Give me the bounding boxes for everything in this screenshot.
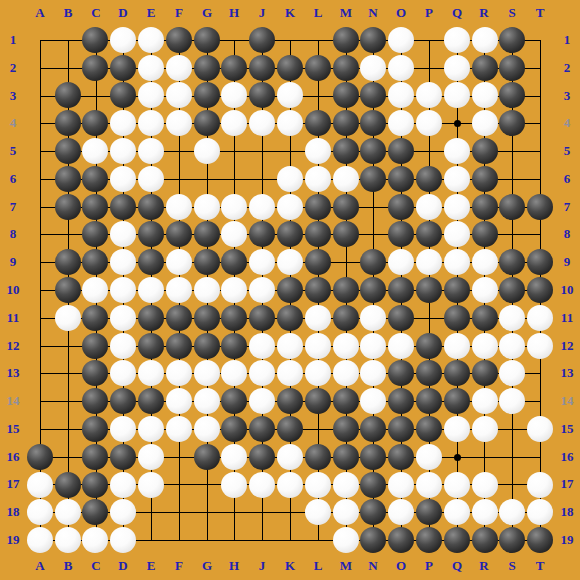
col-label-top-H: H bbox=[224, 4, 244, 22]
row-label-left-14: 14 bbox=[2, 392, 24, 410]
col-label-top-A: A bbox=[30, 4, 50, 22]
col-label-top-F: F bbox=[169, 4, 189, 22]
col-label-bottom-Q: Q bbox=[447, 557, 467, 575]
row-label-left-12: 12 bbox=[2, 337, 24, 355]
row-label-right-9: 9 bbox=[556, 253, 578, 271]
row-label-left-18: 18 bbox=[2, 503, 24, 521]
col-label-top-D: D bbox=[113, 4, 133, 22]
row-label-left-19: 19 bbox=[2, 531, 24, 549]
col-label-bottom-C: C bbox=[86, 557, 106, 575]
col-label-bottom-N: N bbox=[363, 557, 383, 575]
row-label-left-9: 9 bbox=[2, 253, 24, 271]
row-label-left-3: 3 bbox=[2, 87, 24, 105]
col-label-bottom-P: P bbox=[419, 557, 439, 575]
col-label-bottom-B: B bbox=[58, 557, 78, 575]
row-label-right-6: 6 bbox=[556, 170, 578, 188]
col-label-bottom-M: M bbox=[336, 557, 356, 575]
col-label-top-O: O bbox=[391, 4, 411, 22]
col-label-top-R: R bbox=[474, 4, 494, 22]
coordinate-labels-layer: AABBCCDDEEFFGGHHJJKKLLMMNNOOPPQQRRSSTT11… bbox=[0, 0, 580, 580]
col-label-bottom-O: O bbox=[391, 557, 411, 575]
col-label-top-E: E bbox=[141, 4, 161, 22]
row-label-left-5: 5 bbox=[2, 142, 24, 160]
col-label-bottom-K: K bbox=[280, 557, 300, 575]
row-label-right-10: 10 bbox=[556, 281, 578, 299]
row-label-right-15: 15 bbox=[556, 420, 578, 438]
col-label-bottom-J: J bbox=[252, 557, 272, 575]
row-label-left-6: 6 bbox=[2, 170, 24, 188]
col-label-top-Q: Q bbox=[447, 4, 467, 22]
col-label-bottom-D: D bbox=[113, 557, 133, 575]
row-label-right-18: 18 bbox=[556, 503, 578, 521]
row-label-left-7: 7 bbox=[2, 198, 24, 216]
row-label-right-8: 8 bbox=[556, 225, 578, 243]
row-label-left-10: 10 bbox=[2, 281, 24, 299]
col-label-bottom-G: G bbox=[197, 557, 217, 575]
col-label-bottom-E: E bbox=[141, 557, 161, 575]
row-label-right-14: 14 bbox=[556, 392, 578, 410]
row-label-right-11: 11 bbox=[556, 309, 578, 327]
row-label-right-2: 2 bbox=[556, 59, 578, 77]
row-label-left-15: 15 bbox=[2, 420, 24, 438]
row-label-right-3: 3 bbox=[556, 87, 578, 105]
row-label-left-17: 17 bbox=[2, 475, 24, 493]
row-label-right-4: 4 bbox=[556, 114, 578, 132]
col-label-top-M: M bbox=[336, 4, 356, 22]
col-label-top-C: C bbox=[86, 4, 106, 22]
col-label-bottom-T: T bbox=[530, 557, 550, 575]
row-label-right-7: 7 bbox=[556, 198, 578, 216]
go-board: AABBCCDDEEFFGGHHJJKKLLMMNNOOPPQQRRSSTT11… bbox=[0, 0, 580, 580]
row-label-left-1: 1 bbox=[2, 31, 24, 49]
row-label-left-8: 8 bbox=[2, 225, 24, 243]
row-label-right-13: 13 bbox=[556, 364, 578, 382]
col-label-top-B: B bbox=[58, 4, 78, 22]
row-label-right-19: 19 bbox=[556, 531, 578, 549]
col-label-top-L: L bbox=[308, 4, 328, 22]
col-label-top-N: N bbox=[363, 4, 383, 22]
row-label-left-4: 4 bbox=[2, 114, 24, 132]
col-label-bottom-R: R bbox=[474, 557, 494, 575]
col-label-bottom-F: F bbox=[169, 557, 189, 575]
row-label-left-16: 16 bbox=[2, 448, 24, 466]
col-label-top-T: T bbox=[530, 4, 550, 22]
row-label-left-11: 11 bbox=[2, 309, 24, 327]
col-label-top-G: G bbox=[197, 4, 217, 22]
col-label-top-J: J bbox=[252, 4, 272, 22]
col-label-bottom-L: L bbox=[308, 557, 328, 575]
col-label-bottom-H: H bbox=[224, 557, 244, 575]
row-label-right-5: 5 bbox=[556, 142, 578, 160]
col-label-top-P: P bbox=[419, 4, 439, 22]
row-label-right-1: 1 bbox=[556, 31, 578, 49]
row-label-left-13: 13 bbox=[2, 364, 24, 382]
row-label-right-17: 17 bbox=[556, 475, 578, 493]
row-label-right-12: 12 bbox=[556, 337, 578, 355]
row-label-right-16: 16 bbox=[556, 448, 578, 466]
col-label-bottom-A: A bbox=[30, 557, 50, 575]
col-label-top-K: K bbox=[280, 4, 300, 22]
row-label-left-2: 2 bbox=[2, 59, 24, 77]
col-label-top-S: S bbox=[502, 4, 522, 22]
col-label-bottom-S: S bbox=[502, 557, 522, 575]
